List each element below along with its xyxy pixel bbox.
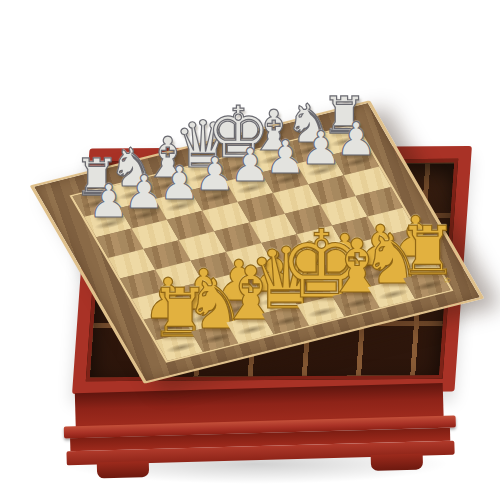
brand-mark: ♔ — [444, 276, 452, 285]
storage-box-base — [63, 383, 457, 484]
box-foot-right — [371, 453, 423, 470]
box-foot-left — [97, 461, 149, 478]
chess-set-product-photo: ♜♞♝♛♚♝♞♜♟♟♟♟♟♟♟♟♟♟♟♟♟♟♟♟♜♞♝♛♚♝♞♜ ♔ — [0, 0, 500, 500]
silver-pawn[interactable]: ♟ — [336, 116, 377, 162]
